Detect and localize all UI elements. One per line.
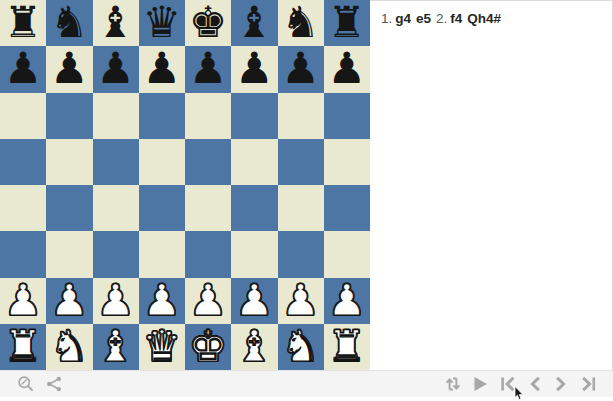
square-a6 [0,93,46,139]
square-d8: ♛ [139,0,185,46]
square-d1: ♛ [139,324,185,370]
mouse-cursor [514,386,525,401]
black-pawn-piece: ♟ [328,46,367,91]
white-knight-piece: ♞ [281,324,320,369]
square-f8: ♝ [231,0,277,46]
square-e2: ♟ [185,278,231,324]
square-a1: ♜ [0,324,46,370]
black-queen-piece: ♛ [143,0,182,45]
next-move-button[interactable] [554,376,568,392]
black-rook-piece: ♜ [328,0,367,45]
move-2-white[interactable]: f4 [450,11,462,26]
square-e4 [185,185,231,231]
square-a4 [0,185,46,231]
square-e8: ♚ [185,0,231,46]
next-move-icon [554,376,568,392]
square-c8: ♝ [93,0,139,46]
square-d4 [139,185,185,231]
square-g4 [278,185,324,231]
black-pawn-piece: ♟ [189,46,228,91]
white-rook-piece: ♜ [328,324,367,369]
square-b4 [46,185,92,231]
previous-move-button[interactable] [528,376,542,392]
move-number-1: 1. [381,11,392,26]
black-pawn-piece: ♟ [4,46,43,91]
square-a3 [0,231,46,277]
share-icon [46,376,63,392]
square-d7: ♟ [139,46,185,92]
square-f1: ♝ [231,324,277,370]
toolbar-left-group [17,375,63,393]
previous-move-icon [528,376,542,392]
square-a7: ♟ [0,46,46,92]
square-b6 [46,93,92,139]
black-pawn-piece: ♟ [96,46,135,91]
black-bishop-piece: ♝ [235,0,274,45]
move-1-white[interactable]: g4 [395,11,411,26]
share-button[interactable] [46,376,63,392]
square-h2: ♟ [324,278,370,324]
chess-board: ♜♞♝♛♚♝♞♜♟♟♟♟♟♟♟♟♟♟♟♟♟♟♟♟♜♞♝♛♚♝♞♜ [0,0,370,370]
square-h3 [324,231,370,277]
white-pawn-piece: ♟ [328,278,367,323]
move-list-panel: 1.g4e52.f4Qh4# [370,0,613,370]
move-2-black[interactable]: Qh4# [467,11,501,26]
white-pawn-piece: ♟ [96,278,135,323]
square-f4 [231,185,277,231]
square-g3 [278,231,324,277]
play-button[interactable] [473,376,488,392]
square-f2: ♟ [231,278,277,324]
square-a5 [0,139,46,185]
square-h1: ♜ [324,324,370,370]
square-a2: ♟ [0,278,46,324]
square-h8: ♜ [324,0,370,46]
square-g8: ♞ [278,0,324,46]
square-f3 [231,231,277,277]
square-c5 [93,139,139,185]
square-b3 [46,231,92,277]
move-list: 1.g4e52.f4Qh4# [381,10,602,28]
move-number-2: 2. [436,11,447,26]
black-pawn-piece: ♟ [235,46,274,91]
square-h4 [324,185,370,231]
last-move-button[interactable] [580,376,598,392]
square-b7: ♟ [46,46,92,92]
analysis-button[interactable] [17,375,35,393]
play-icon [473,376,488,392]
square-c6 [93,93,139,139]
square-b5 [46,139,92,185]
square-b1: ♞ [46,324,92,370]
move-1-black[interactable]: e5 [416,11,431,26]
flip-board-button[interactable] [445,376,461,392]
square-e7: ♟ [185,46,231,92]
square-c4 [93,185,139,231]
black-knight-piece: ♞ [281,0,320,45]
white-queen-piece: ♛ [143,324,182,369]
square-g2: ♟ [278,278,324,324]
square-e5 [185,139,231,185]
black-bishop-piece: ♝ [96,0,135,45]
square-c7: ♟ [93,46,139,92]
white-king-piece: ♚ [189,324,228,369]
square-e6 [185,93,231,139]
square-c2: ♟ [93,278,139,324]
square-f7: ♟ [231,46,277,92]
white-pawn-piece: ♟ [50,278,89,323]
square-h5 [324,139,370,185]
square-c1: ♝ [93,324,139,370]
swap-arrows-icon [445,376,461,392]
black-pawn-piece: ♟ [281,46,320,91]
square-f5 [231,139,277,185]
square-d5 [139,139,185,185]
square-g1: ♞ [278,324,324,370]
last-move-icon [580,376,598,392]
square-a8: ♜ [0,0,46,46]
white-knight-piece: ♞ [50,324,89,369]
white-pawn-piece: ♟ [189,278,228,323]
white-rook-piece: ♜ [4,324,43,369]
black-pawn-piece: ♟ [143,46,182,91]
white-pawn-piece: ♟ [235,278,274,323]
white-pawn-piece: ♟ [281,278,320,323]
black-rook-piece: ♜ [4,0,43,45]
square-g6 [278,93,324,139]
square-d2: ♟ [139,278,185,324]
square-g5 [278,139,324,185]
square-c3 [93,231,139,277]
white-bishop-piece: ♝ [235,324,274,369]
square-h6 [324,93,370,139]
square-b8: ♞ [46,0,92,46]
white-bishop-piece: ♝ [96,324,135,369]
main-area: ♜♞♝♛♚♝♞♜♟♟♟♟♟♟♟♟♟♟♟♟♟♟♟♟♜♞♝♛♚♝♞♜ 1.g4e52… [0,0,613,370]
chess-embed-app: ♜♞♝♛♚♝♞♜♟♟♟♟♟♟♟♟♟♟♟♟♟♟♟♟♜♞♝♛♚♝♞♜ 1.g4e52… [0,0,613,401]
square-d6 [139,93,185,139]
square-e1: ♚ [185,324,231,370]
white-pawn-piece: ♟ [4,278,43,323]
square-f6 [231,93,277,139]
white-pawn-piece: ♟ [143,278,182,323]
black-pawn-piece: ♟ [50,46,89,91]
square-g7: ♟ [278,46,324,92]
magnifier-icon [17,375,35,393]
square-h7: ♟ [324,46,370,92]
square-b2: ♟ [46,278,92,324]
square-e3 [185,231,231,277]
black-king-piece: ♚ [189,0,228,45]
black-knight-piece: ♞ [50,0,89,45]
square-d3 [139,231,185,277]
